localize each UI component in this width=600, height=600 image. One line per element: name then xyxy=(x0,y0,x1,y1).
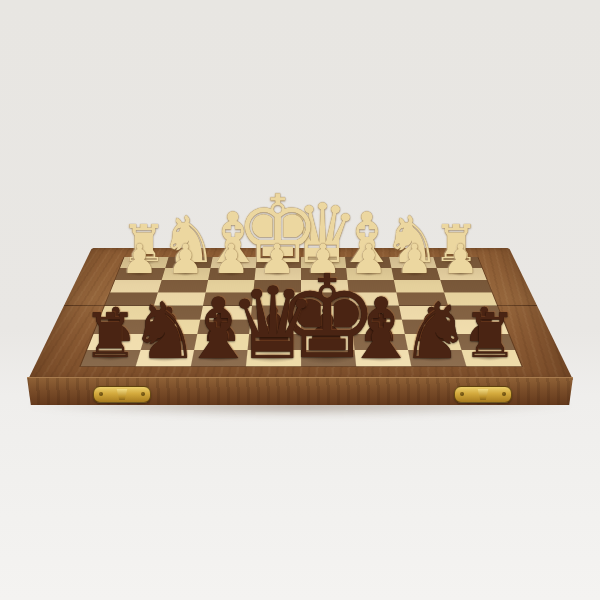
square-b2 xyxy=(390,268,439,280)
square-e2 xyxy=(254,268,300,280)
square-h2 xyxy=(114,268,164,280)
square-b1 xyxy=(388,256,435,267)
latch-clasp-icon xyxy=(115,389,129,400)
square-h3 xyxy=(109,279,160,291)
box-front-face xyxy=(27,377,573,405)
fold-seam-line xyxy=(63,305,536,306)
square-f2 xyxy=(207,268,255,280)
square-g2 xyxy=(161,268,210,280)
square-e8 xyxy=(245,349,300,366)
square-b3 xyxy=(393,279,443,291)
square-d1 xyxy=(300,256,345,267)
square-c7 xyxy=(352,334,407,350)
square-e5 xyxy=(250,305,300,319)
latch-screw-icon xyxy=(502,392,506,396)
square-d6 xyxy=(300,319,352,334)
square-f4 xyxy=(202,292,252,305)
square-f3 xyxy=(205,279,254,291)
square-a8 xyxy=(460,349,520,366)
square-c4 xyxy=(348,292,398,305)
square-c1 xyxy=(344,256,390,267)
square-f8 xyxy=(190,349,247,366)
square-h8 xyxy=(80,349,140,366)
square-f5 xyxy=(199,305,251,319)
square-a4 xyxy=(443,292,496,305)
square-d4 xyxy=(300,292,349,305)
latch-screw-icon xyxy=(99,392,103,396)
square-f1 xyxy=(210,256,256,267)
square-b7 xyxy=(404,334,461,350)
square-g1 xyxy=(164,256,211,267)
square-g4 xyxy=(153,292,205,305)
square-h6 xyxy=(93,319,149,334)
latch-screw-icon xyxy=(460,392,464,396)
square-a6 xyxy=(451,319,507,334)
square-c3 xyxy=(346,279,395,291)
brass-latch-right xyxy=(454,386,512,403)
square-g5 xyxy=(149,305,202,319)
square-h1 xyxy=(119,256,168,267)
square-d3 xyxy=(300,279,348,291)
square-e3 xyxy=(252,279,300,291)
square-c5 xyxy=(349,305,401,319)
board-grid xyxy=(80,256,521,365)
square-e7 xyxy=(247,334,300,350)
square-d8 xyxy=(300,349,355,366)
square-b8 xyxy=(407,349,465,366)
square-a3 xyxy=(439,279,490,291)
square-c8 xyxy=(353,349,410,366)
square-f7 xyxy=(193,334,248,350)
square-g3 xyxy=(157,279,207,291)
square-h4 xyxy=(104,292,157,305)
square-a5 xyxy=(447,305,502,319)
square-c2 xyxy=(345,268,393,280)
square-f6 xyxy=(196,319,249,334)
square-g7 xyxy=(140,334,197,350)
latch-clasp-icon xyxy=(476,389,490,400)
square-a1 xyxy=(432,256,481,267)
square-h5 xyxy=(98,305,153,319)
square-d7 xyxy=(300,334,353,350)
square-h7 xyxy=(86,334,144,350)
scene: ♜♞♝♛♚♝♞♜♟♟♟♟♟♟♟♟♟♟♟♟♟♟♟♟♜♞♝♚♛♝♞♜ xyxy=(0,0,600,600)
square-d2 xyxy=(300,268,346,280)
square-b6 xyxy=(401,319,456,334)
square-g8 xyxy=(135,349,193,366)
square-a7 xyxy=(456,334,514,350)
square-e4 xyxy=(251,292,300,305)
latch-screw-icon xyxy=(141,392,145,396)
square-c6 xyxy=(350,319,403,334)
square-g6 xyxy=(144,319,199,334)
square-b4 xyxy=(395,292,447,305)
square-e6 xyxy=(248,319,300,334)
square-e1 xyxy=(255,256,300,267)
square-a2 xyxy=(436,268,486,280)
chessboard xyxy=(27,248,573,381)
brass-latch-left xyxy=(93,386,151,403)
square-b5 xyxy=(398,305,451,319)
square-d5 xyxy=(300,305,350,319)
